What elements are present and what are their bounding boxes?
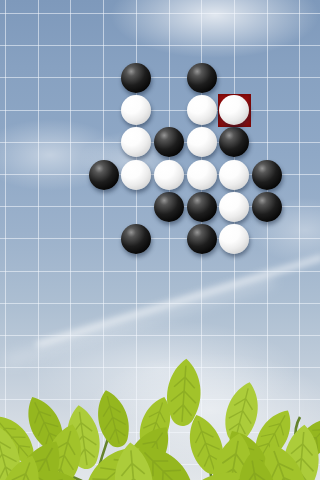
leaf-cluster	[0, 358, 320, 480]
black-stone	[121, 224, 151, 254]
white-stone	[187, 127, 217, 157]
black-stone	[219, 127, 249, 157]
grid-line-horizontal	[0, 238, 320, 239]
black-stone	[89, 160, 119, 190]
white-stone	[219, 160, 249, 190]
grid-line-horizontal	[0, 77, 320, 78]
white-stone	[121, 95, 151, 125]
white-stone	[121, 160, 151, 190]
grid-line-horizontal	[0, 13, 320, 14]
black-stone	[121, 63, 151, 93]
white-stone	[219, 192, 249, 222]
black-stone	[154, 127, 184, 157]
grid-line-horizontal	[0, 110, 320, 111]
grid-line-horizontal	[0, 45, 320, 46]
game-screen	[0, 0, 320, 480]
black-stone	[187, 192, 217, 222]
foliage-decoration	[0, 345, 320, 480]
black-stone	[252, 160, 282, 190]
black-stone	[187, 63, 217, 93]
black-stone	[252, 192, 282, 222]
white-stone	[187, 160, 217, 190]
grid-line-horizontal	[0, 271, 320, 272]
white-stone	[121, 127, 151, 157]
black-stone	[187, 224, 217, 254]
grid-line-horizontal	[0, 335, 320, 336]
grid-line-horizontal	[0, 303, 320, 304]
white-stone	[219, 224, 249, 254]
white-stone	[187, 95, 217, 125]
white-stone	[154, 160, 184, 190]
black-stone	[154, 192, 184, 222]
